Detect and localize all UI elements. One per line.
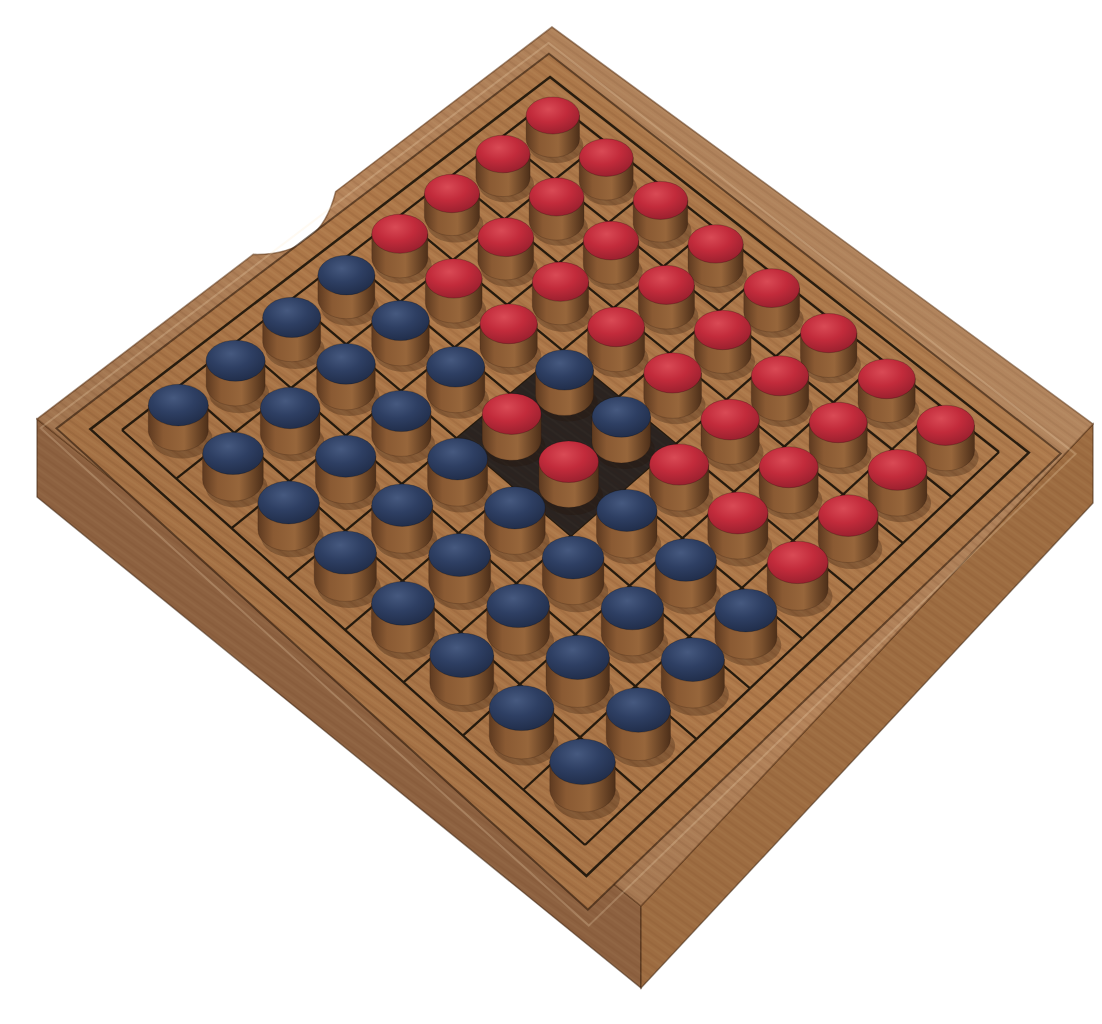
piece-top-red bbox=[708, 492, 768, 534]
piece-red-e1[interactable] bbox=[744, 269, 804, 338]
piece-red-h4[interactable] bbox=[767, 541, 832, 617]
piece-navy-a5[interactable] bbox=[318, 255, 379, 326]
piece-red-a2[interactable] bbox=[476, 135, 534, 202]
piece-red-b1[interactable] bbox=[579, 139, 637, 206]
piece-top-navy bbox=[606, 688, 670, 733]
piece-red-f1[interactable] bbox=[801, 314, 861, 384]
piece-top-red bbox=[701, 399, 759, 440]
piece-navy-d8[interactable] bbox=[314, 531, 381, 608]
piece-top-navy bbox=[592, 396, 651, 437]
piece-navy-e4[interactable] bbox=[592, 396, 655, 469]
piece-top-navy bbox=[550, 739, 616, 785]
piece-top-red bbox=[478, 218, 534, 257]
piece-top-red bbox=[480, 304, 537, 344]
piece-top-navy bbox=[536, 350, 594, 390]
piece-navy-h5[interactable] bbox=[715, 589, 781, 666]
piece-red-b2[interactable] bbox=[529, 178, 588, 246]
piece-top-red bbox=[818, 495, 878, 537]
piece-top-navy bbox=[372, 484, 433, 526]
piece-navy-c7[interactable] bbox=[316, 435, 381, 510]
piece-red-d1[interactable] bbox=[688, 225, 747, 293]
piece-red-e2[interactable] bbox=[694, 310, 755, 380]
piece-red-g1[interactable] bbox=[858, 359, 919, 430]
piece-navy-f5[interactable] bbox=[597, 489, 662, 564]
piece-navy-d6[interactable] bbox=[428, 438, 492, 512]
piece-top-navy bbox=[318, 255, 375, 295]
piece-red-f3[interactable] bbox=[701, 399, 764, 471]
piece-red-e3[interactable] bbox=[644, 353, 706, 424]
piece-navy-c5[interactable] bbox=[427, 347, 489, 419]
piece-top-navy bbox=[655, 539, 716, 582]
piece-top-red bbox=[809, 402, 867, 442]
piece-top-red bbox=[638, 265, 694, 304]
piece-top-navy bbox=[372, 582, 435, 626]
piece-red-a1[interactable] bbox=[526, 97, 583, 163]
piece-red-b3[interactable] bbox=[478, 218, 538, 287]
piece-top-red bbox=[426, 259, 483, 298]
piece-top-red bbox=[744, 269, 800, 308]
piece-red-a4[interactable] bbox=[372, 214, 432, 283]
piece-red-f2[interactable] bbox=[751, 356, 813, 427]
piece-top-navy bbox=[317, 343, 376, 384]
piece-navy-g8[interactable] bbox=[489, 686, 558, 766]
piece-top-red bbox=[649, 444, 708, 485]
piece-top-red bbox=[424, 174, 479, 212]
piece-top-navy bbox=[597, 489, 657, 531]
piece-navy-e6[interactable] bbox=[485, 487, 550, 562]
piece-top-navy bbox=[148, 384, 208, 426]
piece-top-navy bbox=[203, 432, 264, 474]
piece-top-navy bbox=[206, 340, 265, 381]
piece-top-red bbox=[767, 541, 828, 583]
piece-navy-d4[interactable] bbox=[536, 350, 598, 422]
piece-navy-a6[interactable] bbox=[263, 297, 325, 369]
piece-top-navy bbox=[430, 633, 494, 677]
piece-top-navy bbox=[546, 635, 609, 679]
piece-top-red bbox=[529, 178, 584, 216]
piece-red-e5[interactable] bbox=[539, 441, 603, 515]
piece-red-d2[interactable] bbox=[638, 265, 698, 335]
piece-red-h3[interactable] bbox=[818, 495, 882, 569]
piece-navy-c6[interactable] bbox=[372, 390, 436, 463]
piece-red-g2[interactable] bbox=[809, 402, 871, 474]
piece-top-red bbox=[583, 221, 638, 260]
piece-navy-f8[interactable] bbox=[430, 633, 498, 712]
piece-top-red bbox=[751, 356, 808, 396]
piece-top-navy bbox=[715, 589, 777, 632]
piece-top-navy bbox=[487, 584, 550, 628]
othello-photo-stage bbox=[0, 0, 1102, 1024]
piece-navy-h8[interactable] bbox=[550, 739, 620, 820]
piece-red-g3[interactable] bbox=[759, 447, 822, 520]
piece-top-navy bbox=[661, 638, 724, 682]
piece-navy-e8[interactable] bbox=[372, 582, 440, 660]
piece-top-red bbox=[688, 225, 743, 263]
piece-navy-h7[interactable] bbox=[606, 688, 675, 768]
piece-top-navy bbox=[542, 536, 604, 579]
piece-top-navy bbox=[316, 435, 376, 477]
piece-top-navy bbox=[427, 347, 485, 388]
piece-top-navy bbox=[258, 481, 319, 524]
piece-navy-b7[interactable] bbox=[260, 387, 324, 461]
piece-top-red bbox=[644, 353, 702, 393]
piece-navy-d7[interactable] bbox=[372, 484, 437, 560]
piece-navy-a7[interactable] bbox=[206, 340, 269, 413]
piece-top-red bbox=[868, 450, 927, 491]
piece-top-red bbox=[858, 359, 915, 399]
piece-top-navy bbox=[263, 297, 321, 337]
piece-top-red bbox=[633, 181, 688, 219]
piece-top-red bbox=[588, 307, 645, 347]
piece-top-red bbox=[372, 214, 428, 253]
piece-red-c3[interactable] bbox=[532, 262, 592, 332]
piece-red-c1[interactable] bbox=[633, 181, 691, 249]
piece-navy-g6[interactable] bbox=[601, 586, 668, 663]
piece-navy-b8[interactable] bbox=[203, 432, 268, 507]
piece-navy-a8[interactable] bbox=[148, 384, 212, 458]
piece-navy-e7[interactable] bbox=[429, 534, 495, 611]
piece-navy-g5[interactable] bbox=[655, 539, 721, 615]
piece-top-navy bbox=[260, 387, 320, 428]
piece-red-c4[interactable] bbox=[480, 304, 541, 375]
piece-top-red bbox=[759, 447, 818, 488]
piece-top-red bbox=[694, 310, 751, 349]
piece-top-red bbox=[917, 405, 975, 445]
piece-top-red bbox=[539, 441, 599, 483]
piece-top-navy bbox=[489, 686, 554, 731]
piece-navy-f6[interactable] bbox=[542, 536, 608, 612]
piece-red-g4[interactable] bbox=[708, 492, 772, 566]
piece-top-navy bbox=[314, 531, 376, 574]
piece-top-navy bbox=[372, 390, 431, 431]
piece-top-red bbox=[476, 135, 530, 173]
piece-red-d3[interactable] bbox=[588, 307, 649, 378]
piece-top-navy bbox=[372, 301, 430, 341]
piece-red-b4[interactable] bbox=[425, 259, 486, 329]
piece-top-navy bbox=[485, 487, 546, 529]
piece-top-red bbox=[526, 97, 579, 134]
piece-red-c2[interactable] bbox=[583, 221, 642, 290]
piece-top-red bbox=[579, 139, 633, 177]
piece-top-navy bbox=[601, 586, 663, 629]
piece-navy-g7[interactable] bbox=[546, 635, 614, 714]
piece-top-red bbox=[801, 314, 857, 353]
othello-board-scene bbox=[0, 0, 1102, 1024]
piece-top-navy bbox=[428, 438, 488, 480]
piece-red-a3[interactable] bbox=[424, 174, 483, 242]
piece-navy-b6[interactable] bbox=[317, 343, 380, 416]
piece-navy-b5[interactable] bbox=[372, 301, 434, 372]
piece-red-d5[interactable] bbox=[482, 393, 545, 466]
piece-navy-f7[interactable] bbox=[487, 584, 554, 662]
piece-red-f4[interactable] bbox=[649, 444, 713, 517]
piece-navy-h6[interactable] bbox=[661, 638, 729, 716]
piece-navy-c8[interactable] bbox=[258, 481, 324, 557]
piece-top-navy bbox=[429, 534, 491, 577]
piece-top-red bbox=[532, 262, 588, 301]
piece-top-red bbox=[482, 393, 541, 434]
